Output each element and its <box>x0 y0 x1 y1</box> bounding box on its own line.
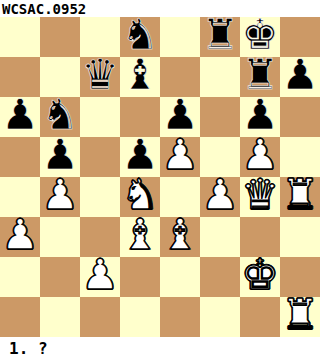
square-b1[interactable] <box>40 297 80 337</box>
square-g4[interactable]: ♛ <box>240 177 280 217</box>
chess-puzzle-window: WCSAC.0952 ♞♜♚♛♝♜♟♟♞♟♟♟♟♟♟♟♞♟♛♜♟♝♝♟♚♜ 1.… <box>0 0 320 360</box>
white-pawn[interactable]: ♟ <box>161 134 199 176</box>
white-bishop[interactable]: ♝ <box>121 214 159 256</box>
square-b2[interactable] <box>40 257 80 297</box>
square-a1[interactable] <box>0 297 40 337</box>
puzzle-footer: 1. ? <box>0 337 320 360</box>
square-c2[interactable]: ♟ <box>80 257 120 297</box>
square-f2[interactable] <box>200 257 240 297</box>
white-rook[interactable]: ♜ <box>281 174 319 216</box>
square-a6[interactable]: ♟ <box>0 97 40 137</box>
square-d1[interactable] <box>120 297 160 337</box>
square-h4[interactable]: ♜ <box>280 177 320 217</box>
square-a8[interactable] <box>0 17 40 57</box>
square-h7[interactable]: ♟ <box>280 57 320 97</box>
square-d3[interactable]: ♝ <box>120 217 160 257</box>
square-c7[interactable]: ♛ <box>80 57 120 97</box>
square-h3[interactable] <box>280 217 320 257</box>
square-a2[interactable] <box>0 257 40 297</box>
square-f1[interactable] <box>200 297 240 337</box>
puzzle-id-label: WCSAC.0952 <box>2 1 86 17</box>
square-b8[interactable] <box>40 17 80 57</box>
square-b3[interactable] <box>40 217 80 257</box>
black-pawn[interactable]: ♟ <box>281 54 319 96</box>
square-f7[interactable] <box>200 57 240 97</box>
square-e3[interactable]: ♝ <box>160 217 200 257</box>
square-h6[interactable] <box>280 97 320 137</box>
chess-board: ♞♜♚♛♝♜♟♟♞♟♟♟♟♟♟♟♞♟♛♜♟♝♝♟♚♜ <box>0 17 320 337</box>
square-d7[interactable]: ♝ <box>120 57 160 97</box>
move-prompt: 1. ? <box>9 339 48 358</box>
white-bishop[interactable]: ♝ <box>161 214 199 256</box>
square-g1[interactable] <box>240 297 280 337</box>
square-a5[interactable] <box>0 137 40 177</box>
black-bishop[interactable]: ♝ <box>121 54 159 96</box>
square-f8[interactable]: ♜ <box>200 17 240 57</box>
white-pawn[interactable]: ♟ <box>201 174 239 216</box>
white-queen[interactable]: ♛ <box>241 174 279 216</box>
square-e5[interactable]: ♟ <box>160 137 200 177</box>
square-a3[interactable]: ♟ <box>0 217 40 257</box>
white-pawn[interactable]: ♟ <box>41 174 79 216</box>
square-c5[interactable] <box>80 137 120 177</box>
square-b4[interactable]: ♟ <box>40 177 80 217</box>
black-rook[interactable]: ♜ <box>201 14 239 56</box>
square-c4[interactable] <box>80 177 120 217</box>
square-f3[interactable] <box>200 217 240 257</box>
black-queen[interactable]: ♛ <box>81 54 119 96</box>
white-king[interactable]: ♚ <box>241 254 279 296</box>
square-c1[interactable] <box>80 297 120 337</box>
white-pawn[interactable]: ♟ <box>1 214 39 256</box>
white-rook[interactable]: ♜ <box>281 294 319 336</box>
black-pawn[interactable]: ♟ <box>1 94 39 136</box>
square-h1[interactable]: ♜ <box>280 297 320 337</box>
square-e2[interactable] <box>160 257 200 297</box>
square-f6[interactable] <box>200 97 240 137</box>
square-d2[interactable] <box>120 257 160 297</box>
square-e8[interactable] <box>160 17 200 57</box>
white-pawn[interactable]: ♟ <box>81 254 119 296</box>
square-g2[interactable]: ♚ <box>240 257 280 297</box>
square-e1[interactable] <box>160 297 200 337</box>
square-c6[interactable] <box>80 97 120 137</box>
square-f4[interactable]: ♟ <box>200 177 240 217</box>
